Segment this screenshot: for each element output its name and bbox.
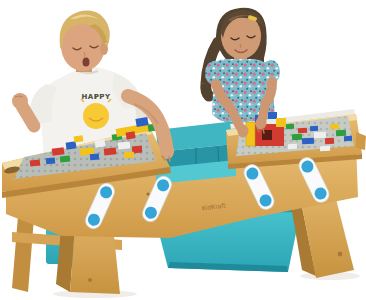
girl-forearm-right <box>262 101 266 119</box>
product-photo: HAPPY <box>0 0 366 300</box>
boy-forearm <box>128 96 166 145</box>
girl-hand-left <box>238 125 249 138</box>
boy-reaching-arm <box>114 86 176 161</box>
girl-hands <box>228 101 268 138</box>
girl-forearm-left <box>228 103 240 127</box>
hands-layer <box>0 0 366 300</box>
